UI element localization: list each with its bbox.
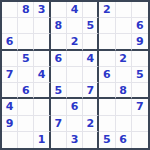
- cell-r2c8[interactable]: [116, 18, 132, 34]
- cell-r3c8[interactable]: [116, 34, 132, 50]
- cell-r8c8[interactable]: [116, 116, 132, 132]
- cell-r8c7[interactable]: [99, 116, 115, 132]
- given-digit: 7: [6, 69, 14, 80]
- cell-r1c6[interactable]: [83, 2, 99, 18]
- cell-r9c2[interactable]: [18, 132, 34, 148]
- given-digit: 6: [119, 134, 127, 145]
- given-digit: 3: [71, 134, 79, 145]
- cell-r3c2[interactable]: [18, 34, 34, 50]
- cell-r3c4[interactable]: [51, 34, 67, 50]
- cell-r8c9[interactable]: [132, 116, 148, 132]
- cell-r9c5[interactable]: 3: [67, 132, 83, 148]
- cell-r5c5[interactable]: [67, 67, 83, 83]
- cell-r4c1[interactable]: [2, 51, 18, 67]
- cell-r4c3[interactable]: [34, 51, 50, 67]
- cell-r5c3[interactable]: 4: [34, 67, 50, 83]
- given-digit: 7: [54, 118, 62, 129]
- given-digit: 8: [54, 20, 62, 31]
- given-digit: 4: [38, 69, 46, 80]
- given-digit: 5: [22, 53, 30, 64]
- cell-r9c3[interactable]: 1: [34, 132, 50, 148]
- given-digit: 2: [119, 53, 127, 64]
- cell-r5c1[interactable]: 7: [2, 67, 18, 83]
- cell-r2c3[interactable]: [34, 18, 50, 34]
- cell-r9c1[interactable]: [2, 132, 18, 148]
- cell-r4c4[interactable]: 6: [51, 51, 67, 67]
- cell-r1c3[interactable]: 3: [34, 2, 50, 18]
- cell-r7c4[interactable]: [51, 99, 67, 115]
- cell-r5c8[interactable]: [116, 67, 132, 83]
- given-digit: 9: [136, 36, 144, 47]
- given-digit: 8: [119, 85, 127, 96]
- cell-r1c1[interactable]: [2, 2, 18, 18]
- given-digit: 5: [86, 20, 94, 31]
- given-digit: 6: [54, 53, 62, 64]
- given-digit: 2: [86, 118, 94, 129]
- given-digit: 1: [38, 134, 46, 145]
- cell-r5c6[interactable]: [83, 67, 99, 83]
- cell-r5c9[interactable]: 5: [132, 67, 148, 83]
- cell-r1c8[interactable]: [116, 2, 132, 18]
- cell-r9c9[interactable]: [132, 132, 148, 148]
- cell-r8c4[interactable]: 7: [51, 116, 67, 132]
- cell-r6c7[interactable]: [99, 83, 115, 99]
- given-digit: 9: [6, 118, 14, 129]
- cell-r3c5[interactable]: 2: [67, 34, 83, 50]
- cell-r6c6[interactable]: 7: [83, 83, 99, 99]
- cell-r2c7[interactable]: [99, 18, 115, 34]
- cell-r2c4[interactable]: 8: [51, 18, 67, 34]
- cell-r4c8[interactable]: 2: [116, 51, 132, 67]
- cell-r7c2[interactable]: [18, 99, 34, 115]
- cell-r3c1[interactable]: 6: [2, 34, 18, 50]
- cell-r2c5[interactable]: [67, 18, 83, 34]
- cell-r6c2[interactable]: 6: [18, 83, 34, 99]
- cell-r3c3[interactable]: [34, 34, 50, 50]
- cell-r7c8[interactable]: [116, 99, 132, 115]
- cell-r5c4[interactable]: [51, 67, 67, 83]
- given-digit: 2: [103, 4, 111, 15]
- cell-r1c4[interactable]: [51, 2, 67, 18]
- cell-r5c2[interactable]: [18, 67, 34, 83]
- cell-r2c2[interactable]: [18, 18, 34, 34]
- given-digit: 4: [71, 4, 79, 15]
- given-digit: 8: [22, 4, 30, 15]
- cell-r7c7[interactable]: [99, 99, 115, 115]
- cell-r8c6[interactable]: 2: [83, 116, 99, 132]
- cell-r2c1[interactable]: [2, 18, 18, 34]
- given-digit: 6: [136, 20, 144, 31]
- cell-r1c7[interactable]: 2: [99, 2, 115, 18]
- cell-r5c7[interactable]: 6: [99, 67, 115, 83]
- given-digit: 5: [103, 134, 111, 145]
- given-digit: 7: [86, 85, 94, 96]
- cell-r4c7[interactable]: [99, 51, 115, 67]
- cell-r3c6[interactable]: [83, 34, 99, 50]
- cell-r4c5[interactable]: [67, 51, 83, 67]
- cell-r9c4[interactable]: [51, 132, 67, 148]
- cell-r1c5[interactable]: 4: [67, 2, 83, 18]
- cell-r1c2[interactable]: 8: [18, 2, 34, 18]
- cell-r8c5[interactable]: [67, 116, 83, 132]
- given-digit: 2: [71, 36, 79, 47]
- cell-r7c6[interactable]: [83, 99, 99, 115]
- cell-r7c1[interactable]: 4: [2, 99, 18, 115]
- cell-r7c9[interactable]: 7: [132, 99, 148, 115]
- cell-r8c3[interactable]: [34, 116, 50, 132]
- given-digit: 6: [22, 85, 30, 96]
- cell-r4c2[interactable]: 5: [18, 51, 34, 67]
- cell-r6c8[interactable]: 8: [116, 83, 132, 99]
- given-digit: 7: [136, 101, 144, 112]
- cell-r6c3[interactable]: [34, 83, 50, 99]
- given-digit: 4: [86, 53, 94, 64]
- cell-r8c2[interactable]: [18, 116, 34, 132]
- given-digit: 6: [103, 69, 111, 80]
- cell-r2c9[interactable]: 6: [132, 18, 148, 34]
- cell-r6c4[interactable]: 5: [51, 83, 67, 99]
- given-digit: 6: [6, 36, 14, 47]
- given-digit: 6: [71, 101, 79, 112]
- cell-r2c6[interactable]: 5: [83, 18, 99, 34]
- cell-r4c9[interactable]: [132, 51, 148, 67]
- given-digit: 4: [6, 101, 14, 112]
- cell-r7c5[interactable]: 6: [67, 99, 83, 115]
- cell-r3c9[interactable]: 9: [132, 34, 148, 50]
- cell-r9c8[interactable]: 6: [116, 132, 132, 148]
- cell-r6c9[interactable]: [132, 83, 148, 99]
- cell-r9c6[interactable]: [83, 132, 99, 148]
- cell-r1c9[interactable]: [132, 2, 148, 18]
- sudoku-board: 83428566295642746565784679721356: [0, 0, 150, 150]
- given-digit: 5: [136, 69, 144, 80]
- cell-r8c1[interactable]: 9: [2, 116, 18, 132]
- cell-r6c5[interactable]: [67, 83, 83, 99]
- given-digit: 3: [38, 4, 46, 15]
- given-digit: 5: [54, 85, 62, 96]
- cell-r7c3[interactable]: [34, 99, 50, 115]
- cell-r6c1[interactable]: [2, 83, 18, 99]
- cell-r4c6[interactable]: 4: [83, 51, 99, 67]
- cell-r3c7[interactable]: [99, 34, 115, 50]
- cell-r9c7[interactable]: 5: [99, 132, 115, 148]
